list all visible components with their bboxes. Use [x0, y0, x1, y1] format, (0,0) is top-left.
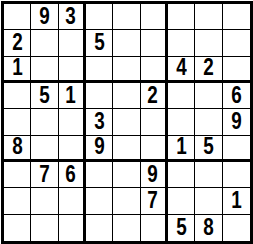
cell-r6c9[interactable]: [223, 136, 250, 162]
cell-r9c2[interactable]: [31, 215, 58, 241]
cell-r3c4[interactable]: [86, 57, 113, 83]
cell-r7c5[interactable]: [113, 162, 140, 188]
cell-digit: 2: [12, 31, 22, 55]
cell-r5c1[interactable]: [4, 109, 31, 135]
cell-r8c9[interactable]: 1: [223, 188, 250, 214]
cell-r4c4[interactable]: [86, 83, 113, 109]
cell-r2c8[interactable]: [195, 30, 222, 56]
sudoku-board: 932514251263989157697158: [1, 1, 253, 244]
cell-r5c5[interactable]: [113, 109, 140, 135]
cell-r4c8[interactable]: [195, 83, 222, 109]
cell-r5c9[interactable]: 9: [223, 109, 250, 135]
cell-r8c6[interactable]: 7: [141, 188, 168, 214]
cell-r1c5[interactable]: [113, 4, 140, 30]
cell-digit: 6: [231, 84, 241, 108]
cell-r4c9[interactable]: 6: [223, 83, 250, 109]
cell-r2c2[interactable]: [31, 30, 58, 56]
cell-digit: 2: [203, 57, 213, 81]
cell-digit: 8: [12, 136, 22, 160]
cell-r7c3[interactable]: 6: [59, 162, 86, 188]
cell-r4c5[interactable]: [113, 83, 140, 109]
cell-r6c2[interactable]: [31, 136, 58, 162]
cell-r1c9[interactable]: [223, 4, 250, 30]
cell-r1c7[interactable]: [168, 4, 195, 30]
cell-r7c2[interactable]: 7: [31, 162, 58, 188]
cell-digit: 7: [39, 163, 49, 187]
sudoku-page: 932514251263989157697158: [0, 0, 253, 244]
cell-r1c8[interactable]: [195, 4, 222, 30]
cell-r9c3[interactable]: [59, 215, 86, 241]
cell-r5c2[interactable]: [31, 109, 58, 135]
cell-digit: 8: [203, 216, 213, 240]
cell-r3c9[interactable]: [223, 57, 250, 83]
cell-digit: 1: [66, 84, 76, 108]
cell-r6c6[interactable]: [141, 136, 168, 162]
cell-r6c8[interactable]: 5: [195, 136, 222, 162]
cell-r8c3[interactable]: [59, 188, 86, 214]
cell-r8c8[interactable]: [195, 188, 222, 214]
cell-r7c6[interactable]: 9: [141, 162, 168, 188]
cell-digit: 3: [94, 110, 104, 134]
cell-digit: 9: [231, 110, 241, 134]
cell-r3c2[interactable]: [31, 57, 58, 83]
cell-digit: 9: [94, 136, 104, 160]
cell-r4c6[interactable]: 2: [141, 83, 168, 109]
cell-r6c5[interactable]: [113, 136, 140, 162]
cell-r1c2[interactable]: 9: [31, 4, 58, 30]
cell-digit: 4: [176, 57, 186, 81]
cell-r5c3[interactable]: [59, 109, 86, 135]
cell-digit: 1: [176, 136, 186, 160]
cell-r9c6[interactable]: [141, 215, 168, 241]
cell-digit: 5: [94, 31, 104, 55]
cell-digit: 1: [12, 57, 22, 81]
cell-r8c7[interactable]: [168, 188, 195, 214]
cell-r2c1[interactable]: 2: [4, 30, 31, 56]
cell-r7c8[interactable]: [195, 162, 222, 188]
cell-r1c4[interactable]: [86, 4, 113, 30]
cell-digit: 3: [66, 5, 76, 29]
cell-r5c4[interactable]: 3: [86, 109, 113, 135]
cell-r3c6[interactable]: [141, 57, 168, 83]
cell-digit: 6: [66, 163, 76, 187]
cell-r9c5[interactable]: [113, 215, 140, 241]
cell-r7c4[interactable]: [86, 162, 113, 188]
cell-digit: 7: [148, 189, 158, 213]
cell-r7c9[interactable]: [223, 162, 250, 188]
cell-r2c7[interactable]: [168, 30, 195, 56]
cell-r2c3[interactable]: [59, 30, 86, 56]
cell-r2c5[interactable]: [113, 30, 140, 56]
cell-digit: 5: [176, 216, 186, 240]
cell-r1c1[interactable]: [4, 4, 31, 30]
cell-r3c8[interactable]: 2: [195, 57, 222, 83]
cell-r4c3[interactable]: 1: [59, 83, 86, 109]
cell-r6c1[interactable]: 8: [4, 136, 31, 162]
cell-r9c8[interactable]: 8: [195, 215, 222, 241]
cell-r2c9[interactable]: [223, 30, 250, 56]
cell-r8c4[interactable]: [86, 188, 113, 214]
cell-r4c7[interactable]: [168, 83, 195, 109]
cell-digit: 9: [39, 5, 49, 29]
cell-digit: 2: [148, 84, 158, 108]
cell-r5c8[interactable]: [195, 109, 222, 135]
cell-r4c2[interactable]: 5: [31, 83, 58, 109]
cell-r3c3[interactable]: [59, 57, 86, 83]
cell-digit: 5: [203, 136, 213, 160]
cell-r9c7[interactable]: 5: [168, 215, 195, 241]
cell-r5c6[interactable]: [141, 109, 168, 135]
cell-r8c5[interactable]: [113, 188, 140, 214]
cell-r6c3[interactable]: [59, 136, 86, 162]
cell-r2c6[interactable]: [141, 30, 168, 56]
cell-r3c7[interactable]: 4: [168, 57, 195, 83]
cell-r6c4[interactable]: 9: [86, 136, 113, 162]
cell-digit: 1: [231, 189, 241, 213]
cell-r9c9[interactable]: [223, 215, 250, 241]
cell-r6c7[interactable]: 1: [168, 136, 195, 162]
cell-r7c7[interactable]: [168, 162, 195, 188]
cell-r3c5[interactable]: [113, 57, 140, 83]
cell-r9c4[interactable]: [86, 215, 113, 241]
cell-r8c1[interactable]: [4, 188, 31, 214]
cell-r2c4[interactable]: 5: [86, 30, 113, 56]
cell-r9c1[interactable]: [4, 215, 31, 241]
cell-r5c7[interactable]: [168, 109, 195, 135]
cell-digit: 9: [148, 163, 158, 187]
cell-r1c6[interactable]: [141, 4, 168, 30]
cell-digit: 5: [39, 84, 49, 108]
cell-r4c1[interactable]: [4, 83, 31, 109]
cell-r3c1[interactable]: 1: [4, 57, 31, 83]
cell-r8c2[interactable]: [31, 188, 58, 214]
cell-r7c1[interactable]: [4, 162, 31, 188]
cell-r1c3[interactable]: 3: [59, 4, 86, 30]
